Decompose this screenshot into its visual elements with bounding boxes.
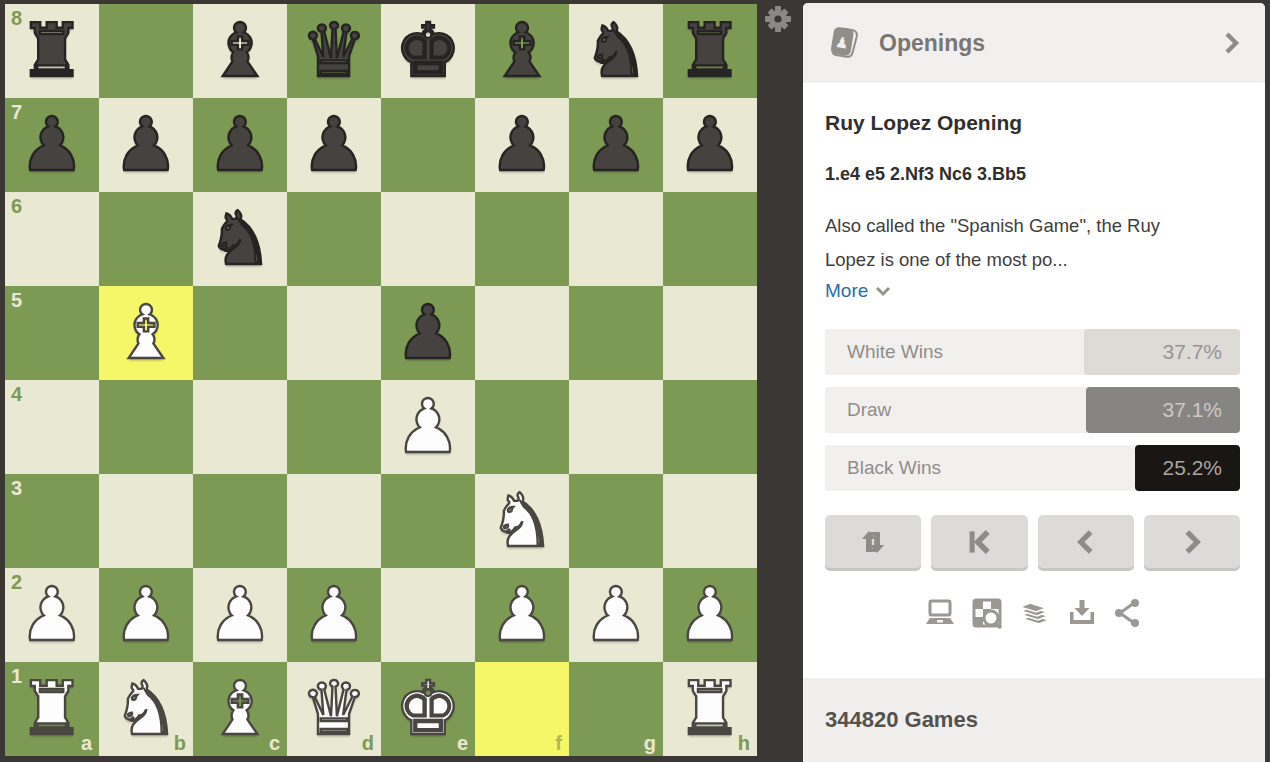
books-icon[interactable] <box>1017 597 1053 629</box>
flip-board-icon <box>859 528 887 556</box>
piece-black-pawn-b7[interactable]: ♟ <box>99 98 193 192</box>
rank-label-4: 4 <box>11 384 22 404</box>
square-d2[interactable]: ♟ <box>287 568 381 662</box>
square-d5[interactable] <box>287 286 381 380</box>
stat-label: White Wins <box>847 329 943 375</box>
square-g2[interactable]: ♟ <box>569 568 663 662</box>
rank-label-5: 5 <box>11 290 22 310</box>
square-f7[interactable]: ♟ <box>475 98 569 192</box>
square-b1[interactable]: b♞ <box>99 662 193 756</box>
rank-label-6: 6 <box>11 196 22 216</box>
stat-bar-black: 25.2% <box>1135 445 1240 491</box>
square-h6[interactable] <box>663 192 757 286</box>
rank-label-1: 1 <box>11 666 22 686</box>
flip-board-button[interactable] <box>825 515 921 568</box>
more-label[interactable]: More <box>825 280 868 302</box>
panel-header: ♟ Openings <box>803 3 1265 83</box>
stat-label: Black Wins <box>847 445 941 491</box>
piece-white-pawn-b2[interactable]: ♟ <box>99 568 193 662</box>
piece-black-pawn-c7[interactable]: ♟ <box>193 98 287 192</box>
piece-black-rook-h8[interactable]: ♜ <box>663 4 757 98</box>
square-c8[interactable]: ♝ <box>193 4 287 98</box>
square-b3[interactable] <box>99 474 193 568</box>
stat-value: 37.7% <box>1084 329 1240 375</box>
piece-white-bishop-b5[interactable]: ♝ <box>99 286 193 380</box>
rank-label-3: 3 <box>11 478 22 498</box>
square-e3[interactable] <box>381 474 475 568</box>
rank-label-8: 8 <box>11 8 22 28</box>
square-a5[interactable]: 5 <box>5 286 99 380</box>
description-line: Lopez is one of the most po... <box>825 243 1240 277</box>
openings-book-icon: ♟ <box>823 23 863 63</box>
square-f2[interactable]: ♟ <box>475 568 569 662</box>
square-f3[interactable]: ♞ <box>475 474 569 568</box>
square-b5[interactable]: ♝ <box>99 286 193 380</box>
square-e5[interactable]: ♟ <box>381 286 475 380</box>
square-e2[interactable] <box>381 568 475 662</box>
square-a3[interactable]: 3 <box>5 474 99 568</box>
square-g1[interactable]: g <box>569 662 663 756</box>
square-b2[interactable]: ♟ <box>99 568 193 662</box>
rank-label-2: 2 <box>11 572 22 592</box>
square-e4[interactable]: ♟ <box>381 380 475 474</box>
square-g7[interactable]: ♟ <box>569 98 663 192</box>
square-d6[interactable] <box>287 192 381 286</box>
piece-black-knight-g8[interactable]: ♞ <box>569 4 663 98</box>
skip-to-start-button[interactable] <box>931 515 1027 568</box>
stat-value: 25.2% <box>1135 445 1240 491</box>
piece-white-pawn-c2[interactable]: ♟ <box>193 568 287 662</box>
panel-content: Ruy Lopez Opening 1.e4 e5 2.Nf3 Nc6 3.Bb… <box>803 83 1265 678</box>
square-c7[interactable]: ♟ <box>193 98 287 192</box>
file-label-e: e <box>457 733 468 753</box>
more-link[interactable]: More <box>825 280 1240 302</box>
square-d7[interactable]: ♟ <box>287 98 381 192</box>
file-label-c: c <box>269 733 280 753</box>
file-label-h: h <box>738 733 750 753</box>
square-g4[interactable] <box>569 380 663 474</box>
chess-board[interactable]: 8♜♝♛♚♝♞♜7♟♟♟♟♟♟♟6♞5♝♟4♟3♞2♟♟♟♟♟♟♟1a♜b♞c♝… <box>5 4 757 756</box>
square-f5[interactable] <box>475 286 569 380</box>
chevron-down-icon <box>875 285 891 297</box>
square-f1[interactable]: f <box>475 662 569 756</box>
square-b7[interactable]: ♟ <box>99 98 193 192</box>
stat-row-white-wins: White Wins 37.7% <box>825 329 1240 375</box>
square-e8[interactable]: ♚ <box>381 4 475 98</box>
square-c1[interactable]: c♝ <box>193 662 287 756</box>
win-stats: White Wins 37.7% Draw 37.1% Black Wins 2… <box>825 329 1240 491</box>
expand-chevron-icon[interactable] <box>1223 31 1241 55</box>
square-b6[interactable] <box>99 192 193 286</box>
share-icon[interactable] <box>1111 597 1143 629</box>
piece-black-bishop-f8[interactable]: ♝ <box>475 4 569 98</box>
stat-label: Draw <box>847 387 891 433</box>
square-a1[interactable]: 1a♜ <box>5 662 99 756</box>
panel-footer: 344820 Games <box>803 678 1265 762</box>
square-a2[interactable]: 2♟ <box>5 568 99 662</box>
square-e1[interactable]: e♚ <box>381 662 475 756</box>
square-c5[interactable] <box>193 286 287 380</box>
square-g3[interactable] <box>569 474 663 568</box>
previous-move-button[interactable] <box>1038 515 1134 568</box>
chevron-right-icon <box>1178 528 1206 556</box>
description-line: Also called the "Spanish Game", the Ruy <box>825 209 1240 243</box>
piece-black-pawn-h7[interactable]: ♟ <box>663 98 757 192</box>
piece-black-pawn-g7[interactable]: ♟ <box>569 98 663 192</box>
piece-white-pawn-d2[interactable]: ♟ <box>287 568 381 662</box>
square-b4[interactable] <box>99 380 193 474</box>
square-f6[interactable] <box>475 192 569 286</box>
piece-black-pawn-e5[interactable]: ♟ <box>381 286 475 380</box>
svg-text:♟: ♟ <box>834 33 850 53</box>
skip-to-start-icon <box>964 527 994 557</box>
square-c4[interactable] <box>193 380 287 474</box>
square-g6[interactable] <box>569 192 663 286</box>
square-c6[interactable]: ♞ <box>193 192 287 286</box>
piece-black-king-e8[interactable]: ♚ <box>381 4 475 98</box>
openings-panel: ♟ Openings Ruy Lopez Opening 1.e4 e5 2.N… <box>803 3 1265 762</box>
download-icon[interactable] <box>1066 597 1098 629</box>
stat-bar-white: 37.7% <box>1084 329 1240 375</box>
stat-row-draw: Draw 37.1% <box>825 387 1240 433</box>
square-g8[interactable]: ♞ <box>569 4 663 98</box>
rank-label-7: 7 <box>11 102 22 122</box>
piece-black-knight-c6[interactable]: ♞ <box>193 192 287 286</box>
square-e6[interactable] <box>381 192 475 286</box>
move-navigation <box>825 515 1240 568</box>
piece-black-pawn-f7[interactable]: ♟ <box>475 98 569 192</box>
square-h3[interactable] <box>663 474 757 568</box>
stat-row-black-wins: Black Wins 25.2% <box>825 445 1240 491</box>
piece-black-bishop-c8[interactable]: ♝ <box>193 4 287 98</box>
opening-moves: 1.e4 e5 2.Nf3 Nc6 3.Bb5 <box>825 164 1240 185</box>
stat-value: 37.1% <box>1086 387 1240 433</box>
square-h1[interactable]: h♜ <box>663 662 757 756</box>
square-h8[interactable]: ♜ <box>663 4 757 98</box>
stat-bar-draw: 37.1% <box>1086 387 1240 433</box>
opening-description: Also called the "Spanish Game", the Ruy … <box>825 209 1240 277</box>
square-d3[interactable] <box>287 474 381 568</box>
square-h5[interactable] <box>663 286 757 380</box>
next-move-button[interactable] <box>1144 515 1240 568</box>
board-search-icon[interactable] <box>970 597 1004 629</box>
action-icons <box>825 597 1240 629</box>
piece-white-pawn-g2[interactable]: ♟ <box>569 568 663 662</box>
square-a8[interactable]: 8♜ <box>5 4 99 98</box>
square-c3[interactable] <box>193 474 287 568</box>
square-d1[interactable]: d♛ <box>287 662 381 756</box>
square-a6[interactable]: 6 <box>5 192 99 286</box>
chevron-left-icon <box>1072 528 1100 556</box>
piece-white-knight-f3[interactable]: ♞ <box>475 474 569 568</box>
square-g5[interactable] <box>569 286 663 380</box>
square-d4[interactable] <box>287 380 381 474</box>
file-label-a: a <box>81 733 92 753</box>
square-h7[interactable]: ♟ <box>663 98 757 192</box>
file-label-b: b <box>174 733 186 753</box>
computer-icon[interactable] <box>923 597 957 629</box>
square-f4[interactable] <box>475 380 569 474</box>
piece-black-pawn-d7[interactable]: ♟ <box>287 98 381 192</box>
piece-white-pawn-e4[interactable]: ♟ <box>381 380 475 474</box>
piece-white-pawn-f2[interactable]: ♟ <box>475 568 569 662</box>
piece-black-queen-d8[interactable]: ♛ <box>287 4 381 98</box>
square-a7[interactable]: 7♟ <box>5 98 99 192</box>
square-c2[interactable]: ♟ <box>193 568 287 662</box>
file-label-d: d <box>362 733 374 753</box>
square-a4[interactable]: 4 <box>5 380 99 474</box>
square-e7[interactable] <box>381 98 475 192</box>
square-h4[interactable] <box>663 380 757 474</box>
opening-name: Ruy Lopez Opening <box>825 111 1240 135</box>
piece-white-pawn-h2[interactable]: ♟ <box>663 568 757 662</box>
square-h2[interactable]: ♟ <box>663 568 757 662</box>
file-label-f: f <box>555 733 562 753</box>
games-count: 344820 Games <box>825 707 978 733</box>
settings-gear-icon[interactable] <box>763 4 793 34</box>
square-f8[interactable]: ♝ <box>475 4 569 98</box>
square-d8[interactable]: ♛ <box>287 4 381 98</box>
file-label-g: g <box>644 733 656 753</box>
square-b8[interactable] <box>99 4 193 98</box>
panel-title: Openings <box>879 30 1223 57</box>
